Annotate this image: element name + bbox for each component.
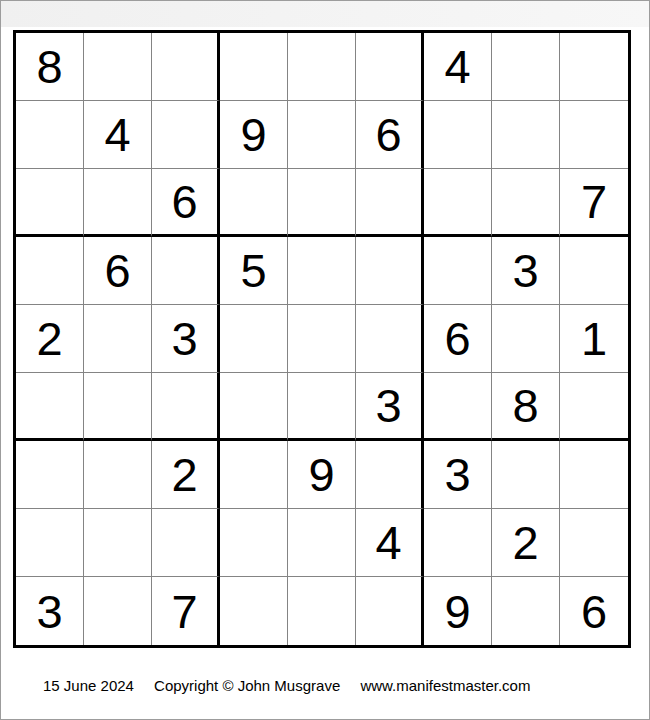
cell-r4c8-given-3: 3 xyxy=(492,237,560,305)
cell-r8c4-empty[interactable] xyxy=(220,509,288,577)
cell-r8c9-empty[interactable] xyxy=(560,509,628,577)
cell-r8c1-empty[interactable] xyxy=(16,509,84,577)
sudoku-grid: 8449667653236138293423796 xyxy=(13,30,631,648)
cell-r3c5-empty[interactable] xyxy=(288,169,356,237)
cell-r9c2-empty[interactable] xyxy=(84,577,152,645)
cell-r8c5-empty[interactable] xyxy=(288,509,356,577)
cell-r6c9-empty[interactable] xyxy=(560,373,628,441)
cell-r6c4-empty[interactable] xyxy=(220,373,288,441)
cell-r2c3-empty[interactable] xyxy=(152,101,220,169)
header-strip xyxy=(1,1,649,27)
cell-r4c5-empty[interactable] xyxy=(288,237,356,305)
cell-r2c6-given-6: 6 xyxy=(356,101,424,169)
cell-r7c1-empty[interactable] xyxy=(16,441,84,509)
cell-r5c4-empty[interactable] xyxy=(220,305,288,373)
cell-r2c9-empty[interactable] xyxy=(560,101,628,169)
cell-r2c2-given-4: 4 xyxy=(84,101,152,169)
cell-r2c8-empty[interactable] xyxy=(492,101,560,169)
cell-r7c6-empty[interactable] xyxy=(356,441,424,509)
footer-date: 15 June 2024 xyxy=(43,677,134,694)
cell-r2c5-empty[interactable] xyxy=(288,101,356,169)
cell-r5c9-given-1: 1 xyxy=(560,305,628,373)
cell-r5c8-empty[interactable] xyxy=(492,305,560,373)
cell-r8c7-empty[interactable] xyxy=(424,509,492,577)
cell-r9c6-empty[interactable] xyxy=(356,577,424,645)
cell-r6c3-empty[interactable] xyxy=(152,373,220,441)
cell-r2c7-empty[interactable] xyxy=(424,101,492,169)
cell-r6c7-empty[interactable] xyxy=(424,373,492,441)
cell-r7c3-given-2: 2 xyxy=(152,441,220,509)
cell-r1c6-empty[interactable] xyxy=(356,33,424,101)
cell-r3c3-given-6: 6 xyxy=(152,169,220,237)
cell-r7c9-empty[interactable] xyxy=(560,441,628,509)
puzzle-page: 8449667653236138293423796 15 June 2024 C… xyxy=(0,0,650,720)
footer-website: www.manifestmaster.com xyxy=(360,677,530,694)
cell-r2c4-given-9: 9 xyxy=(220,101,288,169)
cell-r6c8-given-8: 8 xyxy=(492,373,560,441)
cell-r1c8-empty[interactable] xyxy=(492,33,560,101)
cell-r8c2-empty[interactable] xyxy=(84,509,152,577)
cell-r1c1-given-8: 8 xyxy=(16,33,84,101)
cell-r5c3-given-3: 3 xyxy=(152,305,220,373)
cell-r1c7-given-4: 4 xyxy=(424,33,492,101)
cell-r3c2-empty[interactable] xyxy=(84,169,152,237)
cell-r8c6-given-4: 4 xyxy=(356,509,424,577)
cell-r5c7-given-6: 6 xyxy=(424,305,492,373)
cell-r9c3-given-7: 7 xyxy=(152,577,220,645)
cell-r8c8-given-2: 2 xyxy=(492,509,560,577)
cell-r1c3-empty[interactable] xyxy=(152,33,220,101)
cell-r5c5-empty[interactable] xyxy=(288,305,356,373)
cell-r3c8-empty[interactable] xyxy=(492,169,560,237)
cell-r4c2-given-6: 6 xyxy=(84,237,152,305)
cell-r6c2-empty[interactable] xyxy=(84,373,152,441)
cell-r2c1-empty[interactable] xyxy=(16,101,84,169)
cell-r8c3-empty[interactable] xyxy=(152,509,220,577)
cell-r6c6-given-3: 3 xyxy=(356,373,424,441)
cell-r6c5-empty[interactable] xyxy=(288,373,356,441)
cell-r5c1-given-2: 2 xyxy=(16,305,84,373)
cell-r7c8-empty[interactable] xyxy=(492,441,560,509)
cell-r4c9-empty[interactable] xyxy=(560,237,628,305)
footer: 15 June 2024 Copyright © John Musgrave w… xyxy=(43,677,530,694)
cell-r9c5-empty[interactable] xyxy=(288,577,356,645)
cell-r9c9-given-6: 6 xyxy=(560,577,628,645)
cell-r7c4-empty[interactable] xyxy=(220,441,288,509)
cell-r4c1-empty[interactable] xyxy=(16,237,84,305)
cell-r5c2-empty[interactable] xyxy=(84,305,152,373)
cell-r3c6-empty[interactable] xyxy=(356,169,424,237)
cell-r3c1-empty[interactable] xyxy=(16,169,84,237)
cell-r1c2-empty[interactable] xyxy=(84,33,152,101)
cell-r7c7-given-3: 3 xyxy=(424,441,492,509)
cell-r7c2-empty[interactable] xyxy=(84,441,152,509)
cell-r1c9-empty[interactable] xyxy=(560,33,628,101)
footer-copyright: Copyright © John Musgrave xyxy=(154,677,340,694)
cell-r9c8-empty[interactable] xyxy=(492,577,560,645)
cell-r3c7-empty[interactable] xyxy=(424,169,492,237)
cell-r9c7-given-9: 9 xyxy=(424,577,492,645)
cell-r4c4-given-5: 5 xyxy=(220,237,288,305)
cell-r4c3-empty[interactable] xyxy=(152,237,220,305)
cell-r7c5-given-9: 9 xyxy=(288,441,356,509)
cell-r3c9-given-7: 7 xyxy=(560,169,628,237)
cell-r5c6-empty[interactable] xyxy=(356,305,424,373)
cell-r1c4-empty[interactable] xyxy=(220,33,288,101)
cell-r1c5-empty[interactable] xyxy=(288,33,356,101)
cell-r4c7-empty[interactable] xyxy=(424,237,492,305)
cell-r9c4-empty[interactable] xyxy=(220,577,288,645)
cell-r6c1-empty[interactable] xyxy=(16,373,84,441)
cell-r9c1-given-3: 3 xyxy=(16,577,84,645)
cell-r4c6-empty[interactable] xyxy=(356,237,424,305)
cell-r3c4-empty[interactable] xyxy=(220,169,288,237)
